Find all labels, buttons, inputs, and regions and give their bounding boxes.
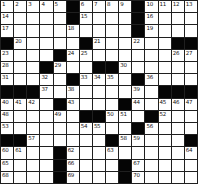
cell-r7c1[interactable]: 31 bbox=[1, 74, 13, 85]
cell-r13c11[interactable] bbox=[132, 147, 144, 158]
cell-r6c8-black bbox=[93, 62, 105, 73]
cell-r10c11[interactable] bbox=[132, 111, 144, 122]
clue-number-6: 6 bbox=[81, 1, 84, 7]
cell-r2c10[interactable] bbox=[119, 13, 131, 24]
cell-r14c12[interactable] bbox=[145, 160, 157, 171]
cell-r11c4[interactable] bbox=[40, 123, 52, 134]
cell-r12c12[interactable] bbox=[145, 135, 157, 146]
cell-r9c13[interactable]: 45 bbox=[159, 99, 171, 110]
cell-r5c8[interactable] bbox=[93, 50, 105, 61]
cell-r1c8[interactable]: 7 bbox=[93, 1, 105, 12]
cell-r8c4[interactable]: 37 bbox=[40, 86, 52, 97]
cell-r14c6[interactable]: 66 bbox=[67, 160, 79, 171]
cell-r15c9[interactable] bbox=[106, 172, 118, 183]
cell-r2c6-black bbox=[67, 13, 79, 24]
cell-r15c12[interactable] bbox=[145, 172, 157, 183]
clue-number-38: 38 bbox=[68, 86, 74, 92]
cell-r15c7[interactable] bbox=[80, 172, 92, 183]
cell-r10c13[interactable]: 52 bbox=[159, 111, 171, 122]
cell-r13c3[interactable] bbox=[27, 147, 39, 158]
cell-r1c2[interactable]: 2 bbox=[14, 1, 26, 12]
cell-r4c6[interactable] bbox=[67, 38, 79, 49]
cell-r9c9[interactable] bbox=[106, 99, 118, 110]
cell-r7c3[interactable] bbox=[27, 74, 39, 85]
cell-r6c15[interactable] bbox=[185, 62, 197, 73]
cell-r6c5[interactable]: 29 bbox=[54, 62, 66, 73]
clue-number-54: 54 bbox=[81, 123, 87, 129]
cell-r10c7-black bbox=[80, 111, 92, 122]
cell-r7c15[interactable] bbox=[185, 74, 197, 85]
cell-r14c5-black bbox=[54, 160, 66, 171]
cell-r2c12[interactable]: 16 bbox=[145, 13, 157, 24]
cell-r15c1[interactable]: 68 bbox=[1, 172, 13, 183]
cell-r14c8[interactable] bbox=[93, 160, 105, 171]
cell-r3c5[interactable] bbox=[54, 25, 66, 36]
clue-number-58: 58 bbox=[120, 135, 126, 141]
clue-number-8: 8 bbox=[107, 1, 110, 7]
clue-number-18: 18 bbox=[68, 25, 74, 31]
clue-number-11: 11 bbox=[160, 1, 166, 7]
cell-r11c15[interactable] bbox=[185, 123, 197, 134]
clue-number-46: 46 bbox=[173, 99, 179, 105]
cell-r6c14[interactable] bbox=[172, 62, 184, 73]
cell-r9c10-black bbox=[119, 99, 131, 110]
cell-r3c12[interactable]: 19 bbox=[145, 25, 157, 36]
cell-r13c1[interactable]: 60 bbox=[1, 147, 13, 158]
cell-r15c14[interactable] bbox=[172, 172, 184, 183]
clue-number-68: 68 bbox=[2, 172, 8, 178]
cell-r5c9[interactable] bbox=[106, 50, 118, 61]
clue-number-60: 60 bbox=[2, 147, 8, 153]
cell-r12c3[interactable]: 57 bbox=[27, 135, 39, 146]
cell-r7c4[interactable]: 32 bbox=[40, 74, 52, 85]
cell-r15c10-black bbox=[119, 172, 131, 183]
cell-r14c11[interactable]: 67 bbox=[132, 160, 144, 171]
clue-number-30: 30 bbox=[120, 62, 126, 68]
cell-r14c7[interactable] bbox=[80, 160, 92, 171]
cell-r2c9[interactable] bbox=[106, 13, 118, 24]
cell-r12c8[interactable] bbox=[93, 135, 105, 146]
clue-number-2: 2 bbox=[15, 1, 18, 7]
clue-number-43: 43 bbox=[68, 99, 74, 105]
cell-r4c3[interactable] bbox=[27, 38, 39, 49]
cell-r11c8[interactable]: 55 bbox=[93, 123, 105, 134]
cell-r12c10[interactable]: 58 bbox=[119, 135, 131, 146]
cell-r12c13[interactable] bbox=[159, 135, 171, 146]
cell-r6c13[interactable] bbox=[159, 62, 171, 73]
cell-r10c10[interactable]: 51 bbox=[119, 111, 131, 122]
clue-number-45: 45 bbox=[160, 99, 166, 105]
clue-number-61: 61 bbox=[15, 147, 21, 153]
cell-r11c9[interactable] bbox=[106, 123, 118, 134]
cell-r9c4[interactable] bbox=[40, 99, 52, 110]
cell-r10c2[interactable] bbox=[14, 111, 26, 122]
cell-r9c14[interactable]: 46 bbox=[172, 99, 184, 110]
cell-r13c14[interactable] bbox=[172, 147, 184, 158]
clue-number-26: 26 bbox=[173, 50, 179, 56]
cell-r6c11[interactable] bbox=[132, 62, 144, 73]
cell-r2c15[interactable] bbox=[185, 13, 197, 24]
cell-r5c11[interactable] bbox=[132, 50, 144, 61]
cell-r10c8-black bbox=[93, 111, 105, 122]
cell-r11c3[interactable] bbox=[27, 123, 39, 134]
cell-r13c5-black bbox=[54, 147, 66, 158]
cell-r4c8[interactable]: 21 bbox=[93, 38, 105, 49]
cell-r11c13[interactable] bbox=[159, 123, 171, 134]
cell-r10c1[interactable]: 48 bbox=[1, 111, 13, 122]
cell-r3c2[interactable] bbox=[14, 25, 26, 36]
clue-number-50: 50 bbox=[107, 111, 113, 117]
cell-r4c9[interactable] bbox=[106, 38, 118, 49]
cell-r2c3[interactable] bbox=[27, 13, 39, 24]
clue-number-36: 36 bbox=[146, 74, 152, 80]
clue-number-69: 69 bbox=[68, 172, 74, 178]
clue-number-25: 25 bbox=[81, 50, 87, 56]
cell-r3c6[interactable]: 18 bbox=[67, 25, 79, 36]
cell-r13c15[interactable]: 64 bbox=[185, 147, 197, 158]
cell-r14c10-black bbox=[119, 160, 131, 171]
clue-number-35: 35 bbox=[107, 74, 113, 80]
cell-r3c13[interactable] bbox=[159, 25, 171, 36]
cell-r7c5[interactable] bbox=[54, 74, 66, 85]
cell-r9c8[interactable] bbox=[93, 99, 105, 110]
clue-number-48: 48 bbox=[2, 111, 8, 117]
cell-r15c2[interactable] bbox=[14, 172, 26, 183]
cell-r2c11-black bbox=[132, 13, 144, 24]
cell-r15c3[interactable] bbox=[27, 172, 39, 183]
cell-r7c9[interactable]: 35 bbox=[106, 74, 118, 85]
cell-r1c10[interactable]: 9 bbox=[119, 1, 131, 12]
clue-number-13: 13 bbox=[186, 1, 192, 7]
clue-number-37: 37 bbox=[41, 86, 47, 92]
cell-r2c2[interactable] bbox=[14, 13, 26, 24]
cell-r6c2[interactable] bbox=[14, 62, 26, 73]
cell-r7c7[interactable]: 33 bbox=[80, 74, 92, 85]
clue-number-66: 66 bbox=[68, 160, 74, 166]
cell-r8c8[interactable] bbox=[93, 86, 105, 97]
clue-number-42: 42 bbox=[28, 99, 34, 105]
cell-r5c7[interactable]: 25 bbox=[80, 50, 92, 61]
clue-number-7: 7 bbox=[94, 1, 97, 7]
cell-r15c11[interactable]: 70 bbox=[132, 172, 144, 183]
cell-r13c9[interactable]: 63 bbox=[106, 147, 118, 158]
cell-r3c14[interactable] bbox=[172, 25, 184, 36]
clue-number-52: 52 bbox=[160, 111, 166, 117]
cell-r6c12[interactable] bbox=[145, 62, 157, 73]
cell-r9c1[interactable]: 40 bbox=[1, 99, 13, 110]
cell-r7c12[interactable]: 36 bbox=[145, 74, 157, 85]
cell-r9c11[interactable]: 44 bbox=[132, 99, 144, 110]
cell-r11c1[interactable]: 53 bbox=[1, 123, 13, 134]
cell-r6c7[interactable] bbox=[80, 62, 92, 73]
clue-number-39: 39 bbox=[133, 86, 139, 92]
cell-r5c6[interactable]: 24 bbox=[67, 50, 79, 61]
cell-r1c14[interactable]: 12 bbox=[172, 1, 184, 12]
clue-number-62: 62 bbox=[68, 147, 74, 153]
cell-r6c1[interactable]: 28 bbox=[1, 62, 13, 73]
cell-r5c3[interactable] bbox=[27, 50, 39, 61]
cell-r4c2[interactable]: 20 bbox=[14, 38, 26, 49]
cell-r15c4[interactable] bbox=[40, 172, 52, 183]
cell-r6c10[interactable]: 30 bbox=[119, 62, 131, 73]
clue-number-41: 41 bbox=[15, 99, 21, 105]
clue-number-16: 16 bbox=[146, 13, 152, 19]
cell-r4c14-black bbox=[172, 38, 184, 49]
clue-number-1: 1 bbox=[2, 1, 5, 7]
cell-r8c11[interactable]: 39 bbox=[132, 86, 144, 97]
cell-r13c6[interactable]: 62 bbox=[67, 147, 79, 158]
clue-number-4: 4 bbox=[41, 1, 44, 7]
cell-r12c4[interactable] bbox=[40, 135, 52, 146]
cell-r5c1[interactable]: 23 bbox=[1, 50, 13, 61]
cell-r4c5[interactable] bbox=[54, 38, 66, 49]
cell-r10c9[interactable]: 50 bbox=[106, 111, 118, 122]
clue-number-19: 19 bbox=[146, 25, 152, 31]
cell-r14c4[interactable] bbox=[40, 160, 52, 171]
cell-r12c11[interactable]: 59 bbox=[132, 135, 144, 146]
clue-number-59: 59 bbox=[133, 135, 139, 141]
cell-r14c14[interactable] bbox=[172, 160, 184, 171]
clue-number-55: 55 bbox=[94, 123, 100, 129]
cell-r4c15-black bbox=[185, 38, 197, 49]
cell-r5c4[interactable] bbox=[40, 50, 52, 61]
cell-r1c11-black bbox=[132, 1, 144, 12]
cell-r5c15[interactable]: 27 bbox=[185, 50, 197, 61]
cell-r1c3[interactable]: 3 bbox=[27, 1, 39, 12]
cell-r11c7[interactable]: 54 bbox=[80, 123, 92, 134]
cell-r1c5[interactable]: 5 bbox=[54, 1, 66, 12]
cell-r9c6[interactable]: 43 bbox=[67, 99, 79, 110]
cell-r13c2[interactable]: 61 bbox=[14, 147, 26, 158]
clue-number-44: 44 bbox=[133, 99, 139, 105]
cell-r7c8[interactable]: 34 bbox=[93, 74, 105, 85]
cell-r15c13[interactable] bbox=[159, 172, 171, 183]
cell-r11c10[interactable] bbox=[119, 123, 131, 134]
clue-number-15: 15 bbox=[81, 13, 87, 19]
clue-number-57: 57 bbox=[28, 135, 34, 141]
cell-r1c15[interactable]: 13 bbox=[185, 1, 197, 12]
clue-number-49: 49 bbox=[55, 111, 61, 117]
cell-r6c3[interactable] bbox=[27, 62, 39, 73]
clue-number-3: 3 bbox=[28, 1, 31, 7]
cell-r4c11[interactable]: 22 bbox=[132, 38, 144, 49]
cell-r1c6-black bbox=[67, 1, 79, 12]
cell-r10c15[interactable] bbox=[185, 111, 197, 122]
clue-number-32: 32 bbox=[41, 74, 47, 80]
cell-r12c7[interactable] bbox=[80, 135, 92, 146]
cell-r10c12-black bbox=[145, 111, 157, 122]
cell-r2c8[interactable] bbox=[93, 13, 105, 24]
cell-r9c2[interactable]: 41 bbox=[14, 99, 26, 110]
cell-r3c3[interactable] bbox=[27, 25, 39, 36]
clue-number-47: 47 bbox=[186, 99, 192, 105]
cell-r4c12[interactable] bbox=[145, 38, 157, 49]
cell-r14c2[interactable] bbox=[14, 160, 26, 171]
cell-r7c13[interactable] bbox=[159, 74, 171, 85]
clue-number-27: 27 bbox=[186, 50, 192, 56]
clue-number-51: 51 bbox=[120, 111, 126, 117]
cell-r9c12[interactable] bbox=[145, 99, 157, 110]
cell-r12c14[interactable] bbox=[172, 135, 184, 146]
cell-r11c14[interactable] bbox=[172, 123, 184, 134]
cell-r7c11-black bbox=[132, 74, 144, 85]
cell-r9c15[interactable]: 47 bbox=[185, 99, 197, 110]
clue-number-22: 22 bbox=[133, 38, 139, 44]
cell-r8c14-black bbox=[172, 86, 184, 97]
cell-r5c5-black bbox=[54, 50, 66, 61]
cell-r2c13[interactable] bbox=[159, 13, 171, 24]
clue-number-28: 28 bbox=[2, 62, 8, 68]
clue-number-56: 56 bbox=[146, 123, 152, 129]
cell-r13c13[interactable] bbox=[159, 147, 171, 158]
cell-r10c3[interactable] bbox=[27, 111, 39, 122]
cell-r12c1-black bbox=[1, 135, 13, 146]
cell-r11c6[interactable] bbox=[67, 123, 79, 134]
clue-number-20: 20 bbox=[15, 38, 21, 44]
clue-number-12: 12 bbox=[173, 1, 179, 7]
cell-r7c2[interactable] bbox=[14, 74, 26, 85]
clue-number-23: 23 bbox=[2, 50, 8, 56]
cell-r10c6[interactable] bbox=[67, 111, 79, 122]
clue-number-40: 40 bbox=[2, 99, 8, 105]
clue-number-21: 21 bbox=[94, 38, 100, 44]
cell-r15c8[interactable] bbox=[93, 172, 105, 183]
cell-r6c6[interactable] bbox=[67, 62, 79, 73]
cell-r14c15[interactable] bbox=[185, 160, 197, 171]
cell-r2c1[interactable]: 14 bbox=[1, 13, 13, 24]
cell-r1c13[interactable]: 11 bbox=[159, 1, 171, 12]
cell-r5c12[interactable] bbox=[145, 50, 157, 61]
clue-number-67: 67 bbox=[133, 160, 139, 166]
cell-r5c10[interactable] bbox=[119, 50, 131, 61]
cell-r14c1[interactable]: 65 bbox=[1, 160, 13, 171]
cell-r8c15-black bbox=[185, 86, 197, 97]
cell-r10c14[interactable] bbox=[172, 111, 184, 122]
clue-number-53: 53 bbox=[2, 123, 8, 129]
cell-r8c7[interactable] bbox=[80, 86, 92, 97]
cell-r8c2-black bbox=[14, 86, 26, 97]
cell-r15c6[interactable]: 69 bbox=[67, 172, 79, 183]
cell-r8c6[interactable]: 38 bbox=[67, 86, 79, 97]
cell-r13c10[interactable] bbox=[119, 147, 131, 158]
cell-r12c6[interactable] bbox=[67, 135, 79, 146]
cell-r7c14[interactable] bbox=[172, 74, 184, 85]
cell-r2c7[interactable]: 15 bbox=[80, 13, 92, 24]
cell-r10c4[interactable] bbox=[40, 111, 52, 122]
cell-r8c10[interactable] bbox=[119, 86, 131, 97]
cell-r12c2-black bbox=[14, 135, 26, 146]
cell-r4c10[interactable] bbox=[119, 38, 131, 49]
cell-r13c12[interactable] bbox=[145, 147, 157, 158]
clue-number-17: 17 bbox=[2, 25, 8, 31]
cell-r9c3[interactable]: 42 bbox=[27, 99, 39, 110]
cell-r2c14[interactable] bbox=[172, 13, 184, 24]
cell-r6c9-black bbox=[106, 62, 118, 73]
clue-number-65: 65 bbox=[2, 160, 8, 166]
cell-r2c4[interactable] bbox=[40, 13, 52, 24]
cell-r7c10[interactable] bbox=[119, 74, 131, 85]
cell-r13c7[interactable] bbox=[80, 147, 92, 158]
clue-number-29: 29 bbox=[55, 62, 61, 68]
cell-r3c9[interactable] bbox=[106, 25, 118, 36]
cell-r3c7[interactable] bbox=[80, 25, 92, 36]
cell-r11c11-black bbox=[132, 123, 144, 134]
cell-r8c9[interactable] bbox=[106, 86, 118, 97]
cell-r1c9[interactable]: 8 bbox=[106, 1, 118, 12]
cell-r4c13[interactable] bbox=[159, 38, 171, 49]
clue-number-70: 70 bbox=[133, 172, 139, 178]
cell-r7c6-black bbox=[67, 74, 79, 85]
cell-r15c5-black bbox=[54, 172, 66, 183]
cell-r8c13-black bbox=[159, 86, 171, 97]
cell-r4c1-black bbox=[1, 38, 13, 49]
cell-r11c12[interactable]: 56 bbox=[145, 123, 157, 134]
cell-r13c8[interactable] bbox=[93, 147, 105, 158]
cell-r3c8[interactable] bbox=[93, 25, 105, 36]
cell-r15c15[interactable] bbox=[185, 172, 197, 183]
cell-r12c9-black bbox=[106, 135, 118, 146]
cell-r4c4[interactable] bbox=[40, 38, 52, 49]
cell-r5c13[interactable] bbox=[159, 50, 171, 61]
cell-r14c13[interactable] bbox=[159, 160, 171, 171]
cell-r8c1-black bbox=[1, 86, 13, 97]
cell-r11c2[interactable] bbox=[14, 123, 26, 134]
cell-r2c5[interactable] bbox=[54, 13, 66, 24]
clue-number-5: 5 bbox=[55, 1, 58, 7]
clue-number-64: 64 bbox=[186, 147, 192, 153]
clue-number-33: 33 bbox=[81, 74, 87, 80]
clue-number-24: 24 bbox=[68, 50, 74, 56]
clue-number-9: 9 bbox=[120, 1, 123, 7]
cell-r3c4[interactable] bbox=[40, 25, 52, 36]
cell-r1c7[interactable]: 6 bbox=[80, 1, 92, 12]
clue-number-10: 10 bbox=[146, 1, 152, 7]
cell-r1c12[interactable]: 10 bbox=[145, 1, 157, 12]
cell-r3c15[interactable] bbox=[185, 25, 197, 36]
cell-r1c4[interactable]: 4 bbox=[40, 1, 52, 12]
cell-r14c3[interactable] bbox=[27, 160, 39, 171]
clue-number-31: 31 bbox=[2, 74, 8, 80]
cell-r3c11-black bbox=[132, 25, 144, 36]
cell-r8c12[interactable] bbox=[145, 86, 157, 97]
cell-r8c3-black bbox=[27, 86, 39, 97]
cell-r3c10[interactable] bbox=[119, 25, 131, 36]
clue-number-14: 14 bbox=[2, 13, 8, 19]
cell-r10c5[interactable]: 49 bbox=[54, 111, 66, 122]
cell-r9c5-black bbox=[54, 99, 66, 110]
clue-number-34: 34 bbox=[94, 74, 100, 80]
crossword-puzzle: 1234567891011121314151617181920212223242… bbox=[0, 0, 198, 184]
cell-r11c5[interactable] bbox=[54, 123, 66, 134]
cell-r1c1[interactable]: 1 bbox=[1, 1, 13, 12]
cell-r12c15-black bbox=[185, 135, 197, 146]
cell-r14c9[interactable] bbox=[106, 160, 118, 171]
cell-r4c7-black bbox=[80, 38, 92, 49]
cell-r12c5[interactable] bbox=[54, 135, 66, 146]
clue-number-63: 63 bbox=[107, 147, 113, 153]
cell-r13c4[interactable] bbox=[40, 147, 52, 158]
cell-r5c2[interactable] bbox=[14, 50, 26, 61]
cell-r9c7[interactable] bbox=[80, 99, 92, 110]
cell-r3c1[interactable]: 17 bbox=[1, 25, 13, 36]
crossword-grid: 1234567891011121314151617181920212223242… bbox=[0, 0, 198, 184]
cell-r8c5[interactable] bbox=[54, 86, 66, 97]
cell-r5c14[interactable]: 26 bbox=[172, 50, 184, 61]
cell-r6c4-black bbox=[40, 62, 52, 73]
